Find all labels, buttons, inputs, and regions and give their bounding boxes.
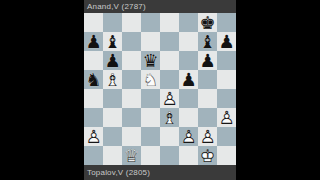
square-f2: ♟♙ — [179, 127, 198, 146]
square-g7: ♝ — [198, 32, 217, 51]
square-c8 — [122, 13, 141, 32]
piece-white-pawn: ♟ — [84, 127, 103, 146]
square-g1: ♚♔ — [198, 146, 217, 165]
piece-black-pawn: ♟ — [84, 32, 103, 51]
square-b6: ♟ — [103, 51, 122, 70]
piece-white-bishop: ♝ — [160, 108, 179, 127]
chess-board: ♚♟♝♝♟♟♛♟♞♝♗♞♘♟♟♙♝♗♟♙♟♙♟♙♟♙♛♕♚♔ — [84, 13, 236, 165]
square-h4 — [217, 89, 236, 108]
square-e7 — [160, 32, 179, 51]
square-c4 — [122, 89, 141, 108]
piece-black-bishop: ♝ — [103, 32, 122, 51]
square-e2 — [160, 127, 179, 146]
square-d4 — [141, 89, 160, 108]
square-h1 — [217, 146, 236, 165]
square-a6 — [84, 51, 103, 70]
square-e1 — [160, 146, 179, 165]
square-d5: ♞♘ — [141, 70, 160, 89]
square-e3: ♝♗ — [160, 108, 179, 127]
piece-black-knight: ♞ — [84, 70, 103, 89]
piece-white-pawn: ♟ — [198, 127, 217, 146]
square-f6 — [179, 51, 198, 70]
video-frame: Anand,V (2787) ♚♟♝♝♟♟♛♟♞♝♗♞♘♟♟♙♝♗♟♙♟♙♟♙♟… — [0, 0, 320, 180]
square-a8 — [84, 13, 103, 32]
square-b7: ♝ — [103, 32, 122, 51]
piece-white-bishop: ♝ — [103, 70, 122, 89]
piece-white-bishop-outline: ♗ — [160, 108, 179, 127]
square-g6: ♟ — [198, 51, 217, 70]
piece-white-pawn-outline: ♙ — [198, 127, 217, 146]
square-c7 — [122, 32, 141, 51]
piece-white-pawn-outline: ♙ — [84, 127, 103, 146]
square-d7 — [141, 32, 160, 51]
player-top-bar: Anand,V (2787) — [84, 0, 236, 13]
piece-black-pawn: ♟ — [198, 51, 217, 70]
square-g4 — [198, 89, 217, 108]
square-c1: ♛♕ — [122, 146, 141, 165]
piece-white-queen: ♛ — [122, 146, 141, 165]
broadcast-panel: Anand,V (2787) ♚♟♝♝♟♟♛♟♞♝♗♞♘♟♟♙♝♗♟♙♟♙♟♙♟… — [84, 0, 236, 180]
square-a3 — [84, 108, 103, 127]
square-f8 — [179, 13, 198, 32]
square-b2 — [103, 127, 122, 146]
square-d3 — [141, 108, 160, 127]
piece-black-pawn: ♟ — [103, 51, 122, 70]
piece-white-knight: ♞ — [141, 70, 160, 89]
square-h6 — [217, 51, 236, 70]
piece-white-pawn: ♟ — [160, 89, 179, 108]
square-g3 — [198, 108, 217, 127]
square-h7: ♟ — [217, 32, 236, 51]
square-e5 — [160, 70, 179, 89]
square-b1 — [103, 146, 122, 165]
square-f3 — [179, 108, 198, 127]
square-a4 — [84, 89, 103, 108]
square-c5 — [122, 70, 141, 89]
square-a5: ♞ — [84, 70, 103, 89]
piece-black-pawn: ♟ — [179, 70, 198, 89]
square-h2 — [217, 127, 236, 146]
square-h3: ♟♙ — [217, 108, 236, 127]
player-top-label: Anand,V (2787) — [87, 2, 146, 11]
piece-white-queen-outline: ♕ — [122, 146, 141, 165]
piece-white-pawn: ♟ — [179, 127, 198, 146]
square-d1 — [141, 146, 160, 165]
square-b3 — [103, 108, 122, 127]
piece-white-pawn-outline: ♙ — [160, 89, 179, 108]
square-b4 — [103, 89, 122, 108]
square-c3 — [122, 108, 141, 127]
piece-black-queen: ♛ — [141, 51, 160, 70]
piece-white-bishop-outline: ♗ — [103, 70, 122, 89]
square-a7: ♟ — [84, 32, 103, 51]
square-g5 — [198, 70, 217, 89]
square-f1 — [179, 146, 198, 165]
piece-white-pawn-outline: ♙ — [179, 127, 198, 146]
square-a2: ♟♙ — [84, 127, 103, 146]
square-f7 — [179, 32, 198, 51]
square-g8: ♚ — [198, 13, 217, 32]
square-e8 — [160, 13, 179, 32]
piece-black-king: ♚ — [198, 13, 217, 32]
square-d8 — [141, 13, 160, 32]
square-e6 — [160, 51, 179, 70]
piece-white-pawn: ♟ — [217, 108, 236, 127]
piece-white-king-outline: ♔ — [198, 146, 217, 165]
piece-black-bishop: ♝ — [198, 32, 217, 51]
square-d6: ♛ — [141, 51, 160, 70]
square-h8 — [217, 13, 236, 32]
square-f4 — [179, 89, 198, 108]
square-f5: ♟ — [179, 70, 198, 89]
piece-white-pawn-outline: ♙ — [217, 108, 236, 127]
square-d2 — [141, 127, 160, 146]
square-h5 — [217, 70, 236, 89]
square-b8 — [103, 13, 122, 32]
player-bottom-bar: Topalov,V (2805) — [84, 165, 236, 180]
piece-black-pawn: ♟ — [217, 32, 236, 51]
piece-white-knight-outline: ♘ — [141, 70, 160, 89]
square-c6 — [122, 51, 141, 70]
square-e4: ♟♙ — [160, 89, 179, 108]
square-b5: ♝♗ — [103, 70, 122, 89]
player-bottom-label: Topalov,V (2805) — [87, 168, 150, 177]
piece-white-king: ♚ — [198, 146, 217, 165]
square-g2: ♟♙ — [198, 127, 217, 146]
square-c2 — [122, 127, 141, 146]
square-a1 — [84, 146, 103, 165]
